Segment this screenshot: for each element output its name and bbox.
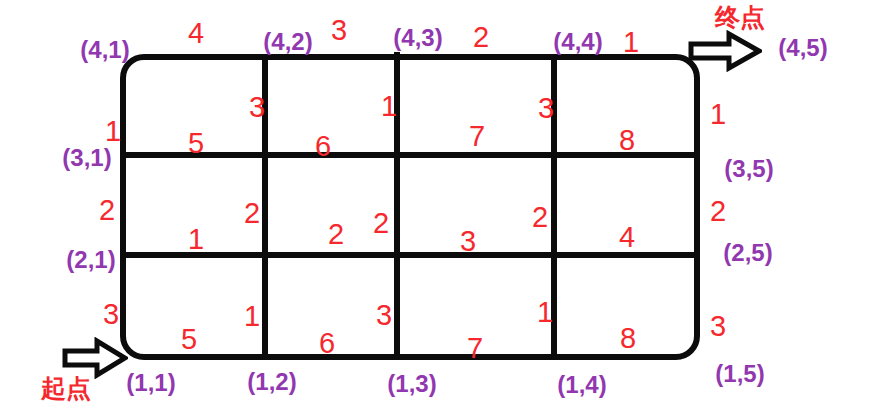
edge-weight-v-r3r2-c3: 2	[373, 209, 389, 238]
edge-weight-v-r4r3-c1: 1	[105, 117, 121, 146]
start-arrow-icon	[62, 337, 128, 379]
node-label-4-1: (4,1)	[80, 38, 129, 62]
edge-weight-h-row3-3: 7	[469, 122, 485, 151]
edge-weight-v-r3r2-c2: 2	[244, 199, 260, 228]
node-label-4-3: (4,3)	[393, 26, 442, 50]
edge-weight-v-r4r3-c4: 3	[538, 94, 554, 123]
edge-weight-h-row2-2: 2	[328, 220, 344, 249]
node-label-1-5: (1,5)	[715, 362, 764, 386]
edge-weight-v-r2r1-c5: 3	[710, 312, 726, 341]
node-label-2-5: (2,5)	[723, 241, 772, 265]
edge-weight-h-row1-4: 8	[620, 324, 636, 353]
puzzle-canvas: (4,1) (4,2) (4,3) (4,4) (4,5) (3,1) (3,5…	[0, 0, 872, 418]
node-label-1-3: (1,3)	[387, 372, 436, 396]
edge-weight-v-r4r3-c2: 3	[249, 93, 265, 122]
node-label-4-5: (4,5)	[778, 36, 827, 60]
edge-weight-h-row4-1: 4	[188, 19, 204, 48]
edge-weight-h-row2-1: 1	[188, 225, 204, 254]
node-label-3-5: (3,5)	[724, 157, 773, 181]
edge-weight-v-r2r1-c4: 1	[537, 298, 553, 327]
grid-hline-row3	[122, 152, 699, 158]
edge-weight-v-r3r2-c4: 2	[532, 203, 548, 232]
end-arrow-icon	[688, 30, 762, 72]
edge-weight-h-row3-1: 5	[188, 129, 204, 158]
end-label: 终点	[715, 5, 765, 30]
edge-weight-v-r2r1-c3: 3	[376, 301, 392, 330]
node-label-2-1: (2,1)	[66, 248, 115, 272]
node-label-1-2: (1,2)	[247, 370, 296, 394]
edge-weight-h-row3-4: 8	[619, 126, 635, 155]
edge-weight-h-row1-2: 6	[319, 329, 335, 358]
edge-weight-h-row2-3: 3	[460, 227, 476, 256]
node-label-4-4: (4,4)	[553, 30, 602, 54]
edge-weight-v-r3r2-c1: 2	[99, 196, 115, 225]
edge-weight-h-row4-4: 1	[623, 28, 639, 57]
node-label-4-2: (4,2)	[263, 30, 312, 54]
edge-weight-h-row4-2: 3	[331, 16, 347, 45]
edge-weight-v-r2r1-c1: 3	[103, 300, 119, 329]
edge-weight-h-row3-2: 6	[315, 132, 331, 161]
edge-weight-v-r2r1-c2: 1	[244, 302, 260, 331]
board-border	[120, 54, 700, 360]
edge-weight-v-r4r3-c5: 1	[710, 100, 726, 129]
edge-weight-h-row1-3: 7	[467, 334, 483, 363]
node-label-1-1: (1,1)	[126, 371, 175, 395]
grid-hline-row2	[122, 252, 699, 258]
edge-weight-v-r4r3-c3: 1	[381, 92, 397, 121]
node-label-3-1: (3,1)	[62, 146, 111, 170]
edge-weight-v-r3r2-c5: 2	[710, 197, 726, 226]
edge-weight-h-row2-4: 4	[619, 223, 635, 252]
edge-weight-h-row4-3: 2	[473, 23, 489, 52]
node-label-1-4: (1,4)	[557, 373, 606, 397]
edge-weight-h-row1-1: 5	[181, 325, 197, 354]
start-label: 起点	[41, 376, 91, 401]
